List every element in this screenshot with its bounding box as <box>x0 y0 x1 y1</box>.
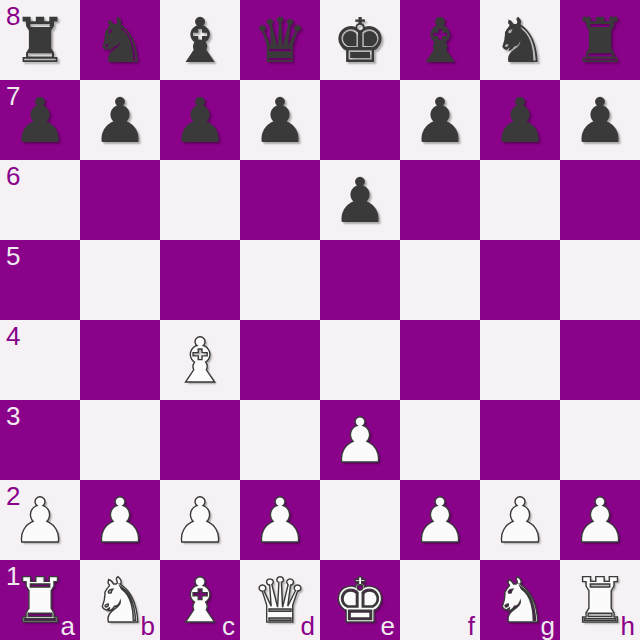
piece-white-pawn[interactable]: ♟ <box>412 490 468 552</box>
square-a1[interactable]: 1a♜ <box>0 560 80 640</box>
piece-white-pawn[interactable]: ♟ <box>492 490 548 552</box>
square-f3[interactable] <box>400 400 480 480</box>
square-h7[interactable]: ♟ <box>560 80 640 160</box>
square-b1[interactable]: b♞ <box>80 560 160 640</box>
piece-black-pawn[interactable]: ♟ <box>172 90 228 152</box>
square-a3[interactable]: 3 <box>0 400 80 480</box>
square-c1[interactable]: c♝ <box>160 560 240 640</box>
square-e4[interactable] <box>320 320 400 400</box>
square-d2[interactable]: ♟ <box>240 480 320 560</box>
piece-black-pawn[interactable]: ♟ <box>12 90 68 152</box>
piece-white-king[interactable]: ♚ <box>332 570 388 632</box>
rank-label-3: 3 <box>6 403 20 429</box>
piece-white-pawn[interactable]: ♟ <box>572 490 628 552</box>
square-c3[interactable] <box>160 400 240 480</box>
square-h4[interactable] <box>560 320 640 400</box>
piece-white-rook[interactable]: ♜ <box>12 570 68 632</box>
square-f5[interactable] <box>400 240 480 320</box>
square-a5[interactable]: 5 <box>0 240 80 320</box>
square-e7[interactable] <box>320 80 400 160</box>
piece-black-knight[interactable]: ♞ <box>92 10 148 72</box>
piece-black-pawn[interactable]: ♟ <box>332 170 388 232</box>
square-f2[interactable]: ♟ <box>400 480 480 560</box>
square-g7[interactable]: ♟ <box>480 80 560 160</box>
square-g3[interactable] <box>480 400 560 480</box>
piece-black-queen[interactable]: ♛ <box>252 10 308 72</box>
square-a2[interactable]: 2♟ <box>0 480 80 560</box>
piece-white-pawn[interactable]: ♟ <box>252 490 308 552</box>
square-a8[interactable]: 8♜ <box>0 0 80 80</box>
square-a6[interactable]: 6 <box>0 160 80 240</box>
square-h8[interactable]: ♜ <box>560 0 640 80</box>
square-b5[interactable] <box>80 240 160 320</box>
square-d6[interactable] <box>240 160 320 240</box>
square-c8[interactable]: ♝ <box>160 0 240 80</box>
piece-white-pawn[interactable]: ♟ <box>172 490 228 552</box>
square-f7[interactable]: ♟ <box>400 80 480 160</box>
piece-black-pawn[interactable]: ♟ <box>572 90 628 152</box>
square-f8[interactable]: ♝ <box>400 0 480 80</box>
square-d7[interactable]: ♟ <box>240 80 320 160</box>
rank-label-5: 5 <box>6 243 20 269</box>
square-a4[interactable]: 4 <box>0 320 80 400</box>
rank-label-6: 6 <box>6 163 20 189</box>
piece-black-king[interactable]: ♚ <box>332 10 388 72</box>
square-g1[interactable]: g♞ <box>480 560 560 640</box>
square-b4[interactable] <box>80 320 160 400</box>
piece-white-knight[interactable]: ♞ <box>492 570 548 632</box>
piece-white-pawn[interactable]: ♟ <box>12 490 68 552</box>
square-c5[interactable] <box>160 240 240 320</box>
square-f1[interactable]: f <box>400 560 480 640</box>
square-g5[interactable] <box>480 240 560 320</box>
square-b3[interactable] <box>80 400 160 480</box>
piece-black-bishop[interactable]: ♝ <box>172 10 228 72</box>
piece-white-rook[interactable]: ♜ <box>572 570 628 632</box>
square-e8[interactable]: ♚ <box>320 0 400 80</box>
square-d8[interactable]: ♛ <box>240 0 320 80</box>
square-g2[interactable]: ♟ <box>480 480 560 560</box>
piece-white-pawn[interactable]: ♟ <box>92 490 148 552</box>
square-c7[interactable]: ♟ <box>160 80 240 160</box>
piece-black-pawn[interactable]: ♟ <box>252 90 308 152</box>
square-b7[interactable]: ♟ <box>80 80 160 160</box>
piece-black-pawn[interactable]: ♟ <box>412 90 468 152</box>
piece-white-bishop[interactable]: ♝ <box>172 330 228 392</box>
square-g6[interactable] <box>480 160 560 240</box>
square-b2[interactable]: ♟ <box>80 480 160 560</box>
square-e3[interactable]: ♟ <box>320 400 400 480</box>
square-g8[interactable]: ♞ <box>480 0 560 80</box>
piece-black-bishop[interactable]: ♝ <box>412 10 468 72</box>
piece-black-pawn[interactable]: ♟ <box>492 90 548 152</box>
square-d3[interactable] <box>240 400 320 480</box>
square-c6[interactable] <box>160 160 240 240</box>
square-g4[interactable] <box>480 320 560 400</box>
square-d4[interactable] <box>240 320 320 400</box>
square-h1[interactable]: h♜ <box>560 560 640 640</box>
rank-label-4: 4 <box>6 323 20 349</box>
file-label-f: f <box>468 613 475 639</box>
piece-black-rook[interactable]: ♜ <box>12 10 68 72</box>
square-e1[interactable]: e♚ <box>320 560 400 640</box>
square-a7[interactable]: 7♟ <box>0 80 80 160</box>
piece-black-knight[interactable]: ♞ <box>492 10 548 72</box>
piece-black-rook[interactable]: ♜ <box>572 10 628 72</box>
square-e2[interactable] <box>320 480 400 560</box>
square-h6[interactable] <box>560 160 640 240</box>
chess-board: 8♜♞♝♛♚♝♞♜7♟♟♟♟♟♟♟6♟54♝3♟2♟♟♟♟♟♟♟1a♜b♞c♝d… <box>0 0 640 640</box>
square-d1[interactable]: d♛ <box>240 560 320 640</box>
square-e6[interactable]: ♟ <box>320 160 400 240</box>
square-c2[interactable]: ♟ <box>160 480 240 560</box>
square-c4[interactable]: ♝ <box>160 320 240 400</box>
piece-black-pawn[interactable]: ♟ <box>92 90 148 152</box>
square-b6[interactable] <box>80 160 160 240</box>
piece-white-bishop[interactable]: ♝ <box>172 570 228 632</box>
square-h5[interactable] <box>560 240 640 320</box>
square-h3[interactable] <box>560 400 640 480</box>
square-f6[interactable] <box>400 160 480 240</box>
piece-white-pawn[interactable]: ♟ <box>332 410 388 472</box>
square-f4[interactable] <box>400 320 480 400</box>
piece-white-knight[interactable]: ♞ <box>92 570 148 632</box>
square-d5[interactable] <box>240 240 320 320</box>
square-e5[interactable] <box>320 240 400 320</box>
square-h2[interactable]: ♟ <box>560 480 640 560</box>
square-b8[interactable]: ♞ <box>80 0 160 80</box>
piece-white-queen[interactable]: ♛ <box>252 570 308 632</box>
